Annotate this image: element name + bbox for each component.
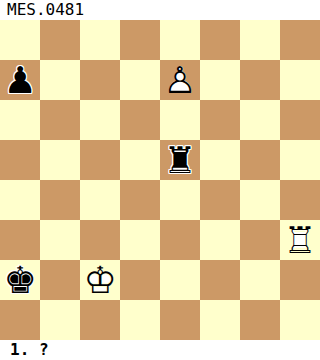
square-d6[interactable] [120, 100, 160, 140]
white-rook-outline-glyph: ♖ [280, 220, 320, 260]
black-rook: ♜ [160, 140, 200, 180]
white-king-outline-glyph: ♔ [80, 260, 120, 300]
square-e4[interactable] [160, 180, 200, 220]
square-a4[interactable] [0, 180, 40, 220]
square-e8[interactable] [160, 20, 200, 60]
square-f1[interactable] [200, 300, 240, 340]
square-b3[interactable] [40, 220, 80, 260]
square-e1[interactable] [160, 300, 200, 340]
diagram-title: MES.0481 [0, 0, 320, 20]
square-g1[interactable] [240, 300, 280, 340]
square-e7[interactable]: ♟♙ [160, 60, 200, 100]
square-b5[interactable] [40, 140, 80, 180]
square-c4[interactable] [80, 180, 120, 220]
square-b1[interactable] [40, 300, 80, 340]
square-c6[interactable] [80, 100, 120, 140]
square-h7[interactable] [280, 60, 320, 100]
square-c3[interactable] [80, 220, 120, 260]
black-pawn-glyph: ♟ [0, 60, 40, 100]
square-c5[interactable] [80, 140, 120, 180]
black-rook-glyph: ♜ [160, 140, 200, 180]
white-pawn: ♟♙ [160, 60, 200, 100]
chess-board: ♟♟♙♜♜♖♚♚♔ [0, 20, 320, 340]
black-king: ♚ [0, 260, 40, 300]
square-f7[interactable] [200, 60, 240, 100]
square-h3[interactable]: ♜♖ [280, 220, 320, 260]
square-a1[interactable] [0, 300, 40, 340]
square-c7[interactable] [80, 60, 120, 100]
square-d3[interactable] [120, 220, 160, 260]
square-d5[interactable] [120, 140, 160, 180]
black-pawn: ♟ [0, 60, 40, 100]
square-c8[interactable] [80, 20, 120, 60]
square-b6[interactable] [40, 100, 80, 140]
square-e3[interactable] [160, 220, 200, 260]
white-king: ♚♔ [80, 260, 120, 300]
square-b7[interactable] [40, 60, 80, 100]
square-a7[interactable]: ♟ [0, 60, 40, 100]
square-g4[interactable] [240, 180, 280, 220]
square-d8[interactable] [120, 20, 160, 60]
chess-diagram-window: MES.0481 ♟♟♙♜♜♖♚♚♔ 1. ? [0, 0, 320, 360]
square-c2[interactable]: ♚♔ [80, 260, 120, 300]
white-pawn-outline-glyph: ♙ [160, 60, 200, 100]
square-a5[interactable] [0, 140, 40, 180]
square-a3[interactable] [0, 220, 40, 260]
square-a8[interactable] [0, 20, 40, 60]
black-king-glyph: ♚ [0, 260, 40, 300]
square-c1[interactable] [80, 300, 120, 340]
square-h5[interactable] [280, 140, 320, 180]
white-rook: ♜♖ [280, 220, 320, 260]
square-e5[interactable]: ♜ [160, 140, 200, 180]
square-d2[interactable] [120, 260, 160, 300]
square-h2[interactable] [280, 260, 320, 300]
square-e2[interactable] [160, 260, 200, 300]
square-b2[interactable] [40, 260, 80, 300]
square-h4[interactable] [280, 180, 320, 220]
square-g8[interactable] [240, 20, 280, 60]
square-g2[interactable] [240, 260, 280, 300]
square-b4[interactable] [40, 180, 80, 220]
square-d1[interactable] [120, 300, 160, 340]
square-b8[interactable] [40, 20, 80, 60]
square-h6[interactable] [280, 100, 320, 140]
square-f2[interactable] [200, 260, 240, 300]
square-e6[interactable] [160, 100, 200, 140]
square-h8[interactable] [280, 20, 320, 60]
square-a2[interactable]: ♚ [0, 260, 40, 300]
square-h1[interactable] [280, 300, 320, 340]
square-d4[interactable] [120, 180, 160, 220]
square-g5[interactable] [240, 140, 280, 180]
square-d7[interactable] [120, 60, 160, 100]
square-f6[interactable] [200, 100, 240, 140]
square-g3[interactable] [240, 220, 280, 260]
square-f5[interactable] [200, 140, 240, 180]
square-f8[interactable] [200, 20, 240, 60]
square-f3[interactable] [200, 220, 240, 260]
square-a6[interactable] [0, 100, 40, 140]
square-g6[interactable] [240, 100, 280, 140]
square-f4[interactable] [200, 180, 240, 220]
square-g7[interactable] [240, 60, 280, 100]
move-prompt: 1. ? [0, 340, 320, 360]
